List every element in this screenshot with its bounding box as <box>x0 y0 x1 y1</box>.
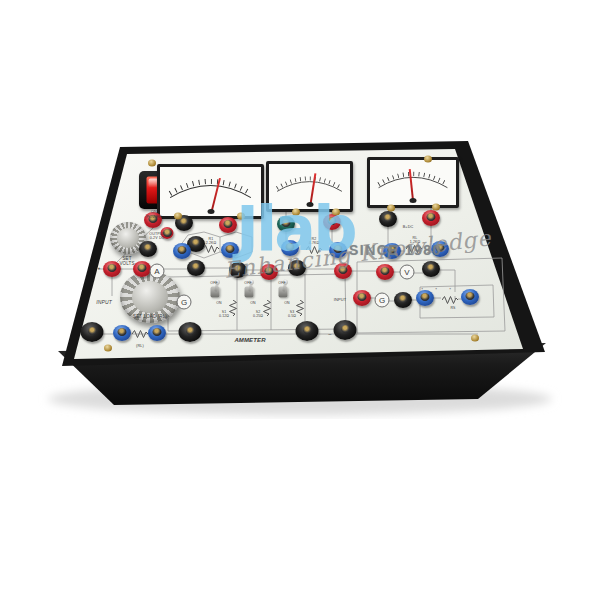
resistor-symbol <box>203 245 219 253</box>
binding-post-black <box>296 321 319 341</box>
panel-label: INPUT <box>334 298 347 303</box>
toggle-switch <box>279 287 288 298</box>
binding-post-red <box>133 261 151 277</box>
lab-trainer-photo: AGGVON POWERSET VOLTSOUTPUT 0-2V DCR1 2.… <box>0 0 600 600</box>
binding-post-red <box>334 263 352 279</box>
panel-label: S3 0.5Ω <box>288 310 296 318</box>
panel-screw <box>424 156 432 163</box>
panel-label: INPUT <box>96 299 112 305</box>
panel-label: SET LOAD (RL) <box>133 314 167 319</box>
binding-post-black <box>334 320 357 340</box>
binding-post-red <box>103 261 121 277</box>
panel-label: R2 4.7KΩ <box>309 237 320 246</box>
analog-meter-3 <box>367 157 459 208</box>
panel-label: AMMETER <box>234 336 265 343</box>
binding-post-blue <box>431 241 449 257</box>
resistor-symbol <box>229 300 237 316</box>
meter-symbol-V: V <box>400 265 415 280</box>
binding-post-red <box>260 264 278 280</box>
panel-label: ON <box>284 301 290 305</box>
resistor-symbol <box>442 296 458 304</box>
binding-post-blue <box>221 242 239 258</box>
resistor-symbol <box>132 330 148 338</box>
panel-label: ON POWER <box>146 209 162 219</box>
binding-post-teal <box>277 216 295 232</box>
binding-post-black <box>187 260 205 276</box>
panel-label: RL 1.2KΩ <box>410 236 421 245</box>
resistor-symbol <box>263 300 271 316</box>
resistor-symbol <box>406 245 422 253</box>
panel-screw <box>292 209 300 216</box>
binding-post-blue <box>113 325 131 341</box>
binding-post-blue <box>383 243 401 259</box>
panel-screw <box>104 345 112 352</box>
panel-screw <box>148 160 156 167</box>
binding-post-blue <box>329 242 347 258</box>
resistor-symbol <box>306 246 322 254</box>
panel-screw <box>432 204 440 211</box>
binding-post-black <box>81 322 104 342</box>
panel-label: S1 0.12Ω <box>219 310 229 318</box>
panel-label: ON <box>216 301 222 305</box>
panel-label: + <box>97 265 100 271</box>
binding-post-red <box>376 264 394 280</box>
binding-post-black <box>288 260 306 276</box>
panel-label: OUTPUT 0-2V DC <box>149 232 165 241</box>
meter-symbol-G: G <box>177 295 192 310</box>
toggle-switch <box>211 287 220 298</box>
binding-post-red <box>422 210 440 226</box>
binding-post-black <box>179 322 202 342</box>
meter-pivot <box>410 198 417 203</box>
panel-label: (RL) <box>136 344 144 349</box>
binding-post-blue <box>148 325 166 341</box>
resistor-symbol <box>296 300 304 316</box>
binding-post-black <box>394 292 412 308</box>
binding-post-black <box>422 261 440 277</box>
panel-label: − <box>328 330 332 337</box>
analog-meter-2 <box>266 161 353 212</box>
analog-meter-1 <box>157 164 264 219</box>
panel-screw <box>237 213 245 220</box>
panel-label: S2 0.25Ω <box>253 310 263 318</box>
binding-post-blue <box>416 290 434 306</box>
meter-pivot <box>207 209 214 214</box>
binding-post-blue <box>281 240 299 256</box>
binding-post-red <box>323 214 341 230</box>
binding-post-red <box>353 290 371 306</box>
binding-post-black <box>139 241 157 257</box>
panel-screw <box>332 209 340 216</box>
binding-post-blue <box>461 289 479 305</box>
panel-label: OFF <box>210 281 217 285</box>
meter-symbol-A: A <box>150 264 165 279</box>
panel-label: SET VOLTS <box>119 256 134 267</box>
panel-label: B+DC <box>403 225 414 230</box>
panel-screw <box>471 335 479 342</box>
binding-post-blue <box>173 243 191 259</box>
panel-screw <box>387 205 395 212</box>
panel-label: RS <box>450 306 455 310</box>
panel-label: OFF <box>244 281 251 285</box>
panel-label: ON <box>250 301 256 305</box>
toggle-switch <box>245 287 254 298</box>
binding-post-black <box>379 211 397 227</box>
meter-symbol-G: G <box>375 293 390 308</box>
panel-screw <box>174 213 182 220</box>
meter-pivot <box>306 202 313 207</box>
binding-post-red <box>219 217 237 233</box>
panel-label: R1 2.2KΩ <box>206 237 217 246</box>
binding-post-black <box>229 262 247 278</box>
panel-label: OFF <box>278 281 285 285</box>
